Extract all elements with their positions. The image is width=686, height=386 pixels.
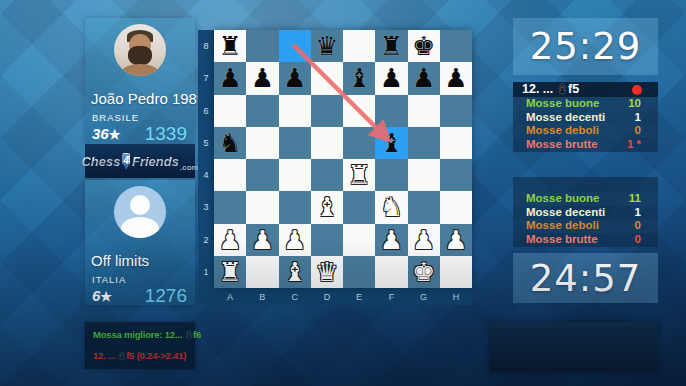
played-move-line: 12. ... ♝f5 (0.24->2.41) — [93, 350, 186, 361]
file-label-B: B — [246, 288, 278, 305]
rank-label-5: 5 — [198, 127, 214, 159]
square-b5[interactable] — [246, 127, 278, 159]
black-king-g8[interactable]: ♚ — [408, 30, 440, 62]
square-h7[interactable]: ♟ — [440, 62, 472, 94]
square-b1[interactable] — [246, 256, 278, 288]
white-pawn-a2[interactable]: ♟ — [214, 224, 246, 256]
square-a8[interactable]: ♜ — [214, 30, 246, 62]
square-b8[interactable] — [246, 30, 278, 62]
file-label-F: F — [375, 288, 407, 305]
file-label-H: H — [440, 288, 472, 305]
square-f5[interactable]: ♝ — [375, 127, 407, 159]
player-rating: 1339 — [145, 123, 187, 145]
black-bishop-e7[interactable]: ♝ — [343, 62, 375, 94]
file-label-C: C — [279, 288, 311, 305]
square-e4[interactable]: ♜ — [343, 159, 375, 191]
bishop-icon: ♝ — [557, 82, 568, 96]
stat-row: Mosse brutte0 — [513, 233, 658, 247]
square-c7[interactable]: ♟ — [279, 62, 311, 94]
best-move-line: Mossa migliore: 12... ♝f6 — [93, 329, 201, 340]
square-b3[interactable] — [246, 191, 278, 223]
player-rating: 1276 — [145, 285, 187, 307]
white-rook-a1[interactable]: ♜ — [214, 256, 246, 288]
white-bishop-c1[interactable]: ♝ — [279, 256, 311, 288]
white-bishop-d3[interactable]: ♝ — [311, 191, 343, 223]
black-bishop-f5[interactable]: ♝ — [375, 127, 407, 159]
square-d1[interactable]: ♛ — [311, 256, 343, 288]
stat-row: Mosse decenti1 — [513, 111, 658, 125]
square-a7[interactable]: ♟ — [214, 62, 246, 94]
bishop-icon: ♝ — [118, 350, 126, 361]
square-g3[interactable] — [408, 191, 440, 223]
square-d7[interactable] — [311, 62, 343, 94]
white-knight-f3[interactable]: ♞ — [375, 191, 407, 223]
square-a1[interactable]: ♜ — [214, 256, 246, 288]
rank-label-8: 8 — [198, 30, 214, 62]
logo-shield-icon: 4 — [122, 153, 130, 170]
square-d2[interactable] — [311, 224, 343, 256]
star-icon: ★ — [100, 289, 112, 304]
file-label-E: E — [343, 288, 375, 305]
square-h4[interactable] — [440, 159, 472, 191]
square-g8[interactable]: ♚ — [408, 30, 440, 62]
square-h5[interactable] — [440, 127, 472, 159]
square-c3[interactable] — [279, 191, 311, 223]
square-c5[interactable] — [279, 127, 311, 159]
square-f2[interactable]: ♟ — [375, 224, 407, 256]
square-c1[interactable]: ♝ — [279, 256, 311, 288]
chess4friends-logo: Chess 4 Friends .com — [85, 144, 195, 178]
square-d5[interactable] — [311, 127, 343, 159]
square-c6[interactable] — [279, 95, 311, 127]
square-e2[interactable] — [343, 224, 375, 256]
last-move-row[interactable]: 12. ... ♝f5 — [513, 82, 658, 97]
black-pawn-g7[interactable]: ♟ — [408, 62, 440, 94]
rank-label-4: 4 — [198, 159, 214, 191]
file-label-A: A — [214, 288, 246, 305]
square-a5[interactable]: ♞ — [214, 127, 246, 159]
avatar-beard — [128, 46, 152, 66]
logo-word-chess: Chess — [81, 154, 120, 169]
square-g5[interactable] — [408, 127, 440, 159]
silhouette-head — [130, 195, 150, 215]
rank-label-2: 2 — [198, 224, 214, 256]
square-h6[interactable] — [440, 95, 472, 127]
white-pawn-b2[interactable]: ♟ — [246, 224, 278, 256]
square-g7[interactable]: ♟ — [408, 62, 440, 94]
black-pawn-h7[interactable]: ♟ — [440, 62, 472, 94]
file-labels: ABCDEFGH — [214, 288, 472, 305]
square-g4[interactable] — [408, 159, 440, 191]
square-h8[interactable] — [440, 30, 472, 62]
square-c8[interactable] — [279, 30, 311, 62]
clock-black-time: 25:29 — [530, 25, 642, 68]
black-rook-f8[interactable]: ♜ — [375, 30, 407, 62]
white-rook-e4[interactable]: ♜ — [343, 159, 375, 191]
square-g1[interactable]: ♚ — [408, 256, 440, 288]
player-country: BRASILE — [92, 112, 139, 123]
square-a3[interactable] — [214, 191, 246, 223]
player-name: Off limits — [91, 252, 195, 269]
white-queen-d1[interactable]: ♛ — [311, 256, 343, 288]
player-card-white: Off limits ITALIA 6★ 1276 — [85, 180, 195, 305]
stat-row: Mosse deboli0 — [513, 124, 658, 138]
square-b4[interactable] — [246, 159, 278, 191]
square-e6[interactable] — [343, 95, 375, 127]
file-label-D: D — [311, 288, 343, 305]
white-king-g1[interactable]: ♚ — [408, 256, 440, 288]
square-e7[interactable]: ♝ — [343, 62, 375, 94]
square-a4[interactable] — [214, 159, 246, 191]
black-pawn-c7[interactable]: ♟ — [279, 62, 311, 94]
player-stars: 6★ — [92, 287, 112, 304]
square-d6[interactable] — [311, 95, 343, 127]
chess-board[interactable]: ♜♛♜♚♟♟♟♝♟♟♟♞♝♜♝♞♟♟♟♟♟♟♜♝♛♚ — [214, 30, 472, 288]
file-label-G: G — [408, 288, 440, 305]
black-pawn-a7[interactable]: ♟ — [214, 62, 246, 94]
star-icon: ★ — [109, 127, 121, 142]
square-e1[interactable] — [343, 256, 375, 288]
square-h1[interactable] — [440, 256, 472, 288]
logo-tld: .com — [180, 163, 199, 172]
logo-word-friends: Friends — [132, 154, 179, 169]
square-h3[interactable] — [440, 191, 472, 223]
square-b7[interactable]: ♟ — [246, 62, 278, 94]
avatar-chest — [122, 64, 158, 76]
white-pawn-h2[interactable]: ♟ — [440, 224, 472, 256]
square-d8[interactable]: ♛ — [311, 30, 343, 62]
square-e8[interactable] — [343, 30, 375, 62]
bad-move-indicator-dot — [632, 85, 642, 95]
stat-row: Mosse deboli0 — [513, 219, 658, 233]
player-stars: 36★ — [92, 125, 120, 142]
engine-output-tray — [490, 322, 658, 372]
stat-row: Mosse decenti1 — [513, 206, 658, 220]
black-knight-a5[interactable]: ♞ — [214, 127, 246, 159]
stat-row: Mosse buone11 — [513, 192, 658, 206]
white-pawn-c2[interactable]: ♟ — [279, 224, 311, 256]
square-g2[interactable]: ♟ — [408, 224, 440, 256]
square-f3[interactable]: ♞ — [375, 191, 407, 223]
stat-row: Mosse buone10 — [513, 97, 658, 111]
square-f7[interactable]: ♟ — [375, 62, 407, 94]
rank-label-7: 7 — [198, 62, 214, 94]
app-window: João Pedro 1989 BRASILE 36★ 1339 Chess 4… — [0, 0, 686, 386]
clock-white-time: 24:57 — [530, 257, 642, 300]
avatar[interactable] — [114, 24, 166, 76]
square-e5[interactable] — [343, 127, 375, 159]
move-quality-stats-white: Mosse buone11 Mosse decenti1 Mosse debol… — [513, 177, 658, 247]
square-b6[interactable] — [246, 95, 278, 127]
square-b2[interactable]: ♟ — [246, 224, 278, 256]
square-g6[interactable] — [408, 95, 440, 127]
analysis-panel: Mossa migliore: 12... ♝f6 12. ... ♝f5 (0… — [85, 322, 195, 369]
black-rook-a8[interactable]: ♜ — [214, 30, 246, 62]
stat-row: Mosse brutte1 * — [513, 138, 658, 152]
rank-label-6: 6 — [198, 95, 214, 127]
square-c4[interactable] — [279, 159, 311, 191]
square-c2[interactable]: ♟ — [279, 224, 311, 256]
move-quality-stats-black: Mosse buone10 Mosse decenti1 Mosse debol… — [513, 97, 658, 152]
black-queen-d8[interactable]: ♛ — [311, 30, 343, 62]
square-f8[interactable]: ♜ — [375, 30, 407, 62]
square-f4[interactable] — [375, 159, 407, 191]
rank-label-1: 1 — [198, 256, 214, 288]
clock-black: 25:29 — [513, 18, 658, 75]
rank-labels: 87654321 — [198, 30, 214, 288]
clock-white: 24:57 — [513, 253, 658, 303]
white-pawn-f2[interactable]: ♟ — [375, 224, 407, 256]
avatar-silhouette[interactable] — [114, 186, 166, 238]
square-e3[interactable] — [343, 191, 375, 223]
square-f1[interactable] — [375, 256, 407, 288]
square-h2[interactable]: ♟ — [440, 224, 472, 256]
silhouette-body — [121, 217, 159, 238]
square-a6[interactable] — [214, 95, 246, 127]
board-corner-strip — [198, 288, 214, 305]
square-a2[interactable]: ♟ — [214, 224, 246, 256]
square-f6[interactable] — [375, 95, 407, 127]
square-d4[interactable] — [311, 159, 343, 191]
black-pawn-f7[interactable]: ♟ — [375, 62, 407, 94]
player-card-black: João Pedro 1989 BRASILE 36★ 1339 — [85, 18, 195, 143]
square-d3[interactable]: ♝ — [311, 191, 343, 223]
player-country: ITALIA — [92, 274, 126, 285]
rank-label-3: 3 — [198, 191, 214, 223]
white-pawn-g2[interactable]: ♟ — [408, 224, 440, 256]
black-pawn-b7[interactable]: ♟ — [246, 62, 278, 94]
player-name: João Pedro 1989 — [91, 90, 195, 107]
bishop-icon: ♝ — [185, 329, 193, 340]
